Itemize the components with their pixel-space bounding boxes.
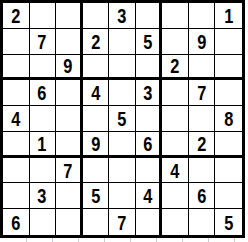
cell-r1c9[interactable]: 1 bbox=[215, 3, 242, 29]
cell-r3c5[interactable] bbox=[109, 55, 136, 81]
cell-r5c7[interactable] bbox=[162, 106, 189, 132]
given-digit: 4 bbox=[171, 160, 180, 181]
gridline-tick bbox=[26, 238, 27, 242]
cell-r5c1[interactable]: 4 bbox=[3, 106, 30, 132]
cell-r2c6[interactable]: 5 bbox=[136, 29, 163, 55]
cell-r2c1[interactable] bbox=[3, 29, 30, 55]
given-digit: 5 bbox=[224, 212, 233, 233]
cell-r6c4[interactable]: 9 bbox=[83, 132, 110, 158]
cell-r4c1[interactable] bbox=[3, 80, 30, 106]
sudoku-board: 23172599264374581962743546675 bbox=[0, 0, 245, 238]
cell-r9c5[interactable]: 7 bbox=[109, 209, 136, 235]
cell-r7c5[interactable] bbox=[109, 158, 136, 184]
cell-r5c5[interactable]: 5 bbox=[109, 106, 136, 132]
cell-r7c6[interactable] bbox=[136, 158, 163, 184]
given-digit: 2 bbox=[91, 31, 100, 52]
gridline-tick bbox=[208, 238, 209, 242]
given-digit: 3 bbox=[38, 185, 47, 206]
cell-r9c1[interactable]: 6 bbox=[3, 209, 30, 235]
cell-r9c8[interactable] bbox=[189, 209, 216, 235]
cell-r7c7[interactable]: 4 bbox=[162, 158, 189, 184]
cell-r7c3[interactable]: 7 bbox=[56, 158, 83, 184]
cell-r6c3[interactable] bbox=[56, 132, 83, 158]
cell-r2c2[interactable]: 7 bbox=[30, 29, 57, 55]
cell-r3c1[interactable] bbox=[3, 55, 30, 81]
cell-r1c2[interactable] bbox=[30, 3, 57, 29]
cell-r9c6[interactable] bbox=[136, 209, 163, 235]
gridline-tick bbox=[130, 238, 131, 242]
cell-r3c6[interactable] bbox=[136, 55, 163, 81]
gridline-tick bbox=[182, 238, 183, 242]
cell-r4c7[interactable] bbox=[162, 80, 189, 106]
cell-r3c9[interactable] bbox=[215, 55, 242, 81]
cell-r8c4[interactable]: 5 bbox=[83, 183, 110, 209]
cell-r9c9[interactable]: 5 bbox=[215, 209, 242, 235]
cell-r8c1[interactable] bbox=[3, 183, 30, 209]
cell-r4c8[interactable]: 7 bbox=[189, 80, 216, 106]
given-digit: 6 bbox=[38, 82, 47, 103]
gridline-tick bbox=[104, 238, 105, 242]
given-digit: 5 bbox=[143, 31, 152, 52]
cell-r8c6[interactable]: 4 bbox=[136, 183, 163, 209]
sudoku-puzzle: 23172599264374581962743546675 bbox=[0, 0, 248, 242]
gridline-tick bbox=[78, 238, 79, 242]
given-digit: 9 bbox=[63, 55, 72, 76]
cell-r4c3[interactable] bbox=[56, 80, 83, 106]
given-digit: 2 bbox=[197, 133, 206, 154]
given-digit: 1 bbox=[38, 133, 47, 154]
cell-r2c3[interactable] bbox=[56, 29, 83, 55]
cell-r7c9[interactable] bbox=[215, 158, 242, 184]
given-digit: 3 bbox=[143, 82, 152, 103]
cell-r4c9[interactable] bbox=[215, 80, 242, 106]
given-digit: 8 bbox=[224, 108, 233, 129]
cell-r7c1[interactable] bbox=[3, 158, 30, 184]
cell-r9c2[interactable] bbox=[30, 209, 57, 235]
given-digit: 7 bbox=[197, 82, 206, 103]
cell-r2c7[interactable] bbox=[162, 29, 189, 55]
cell-r8c9[interactable] bbox=[215, 183, 242, 209]
gridline-tick bbox=[52, 238, 53, 242]
cell-r7c2[interactable] bbox=[30, 158, 57, 184]
cell-r3c7[interactable]: 2 bbox=[162, 55, 189, 81]
cell-r9c7[interactable] bbox=[162, 209, 189, 235]
given-digit: 2 bbox=[171, 55, 180, 76]
cell-r3c2[interactable] bbox=[30, 55, 57, 81]
given-digit: 5 bbox=[117, 108, 126, 129]
cell-r3c4[interactable] bbox=[83, 55, 110, 81]
cell-r7c4[interactable] bbox=[83, 158, 110, 184]
cell-r6c2[interactable]: 1 bbox=[30, 132, 57, 158]
given-digit: 4 bbox=[91, 82, 100, 103]
cell-r5c3[interactable] bbox=[56, 106, 83, 132]
cell-r6c1[interactable] bbox=[3, 132, 30, 158]
cell-r5c9[interactable]: 8 bbox=[215, 106, 242, 132]
cell-r9c3[interactable] bbox=[56, 209, 83, 235]
cell-r1c5[interactable]: 3 bbox=[109, 3, 136, 29]
gridline-tick bbox=[156, 238, 157, 242]
cell-r1c8[interactable] bbox=[189, 3, 216, 29]
cell-r4c6[interactable]: 3 bbox=[136, 80, 163, 106]
given-digit: 4 bbox=[11, 108, 20, 129]
cell-r8c8[interactable]: 6 bbox=[189, 183, 216, 209]
given-digit: 1 bbox=[224, 5, 233, 26]
cell-r8c2[interactable]: 3 bbox=[30, 183, 57, 209]
given-digit: 9 bbox=[91, 133, 100, 154]
cell-r5c4[interactable] bbox=[83, 106, 110, 132]
cell-r9c4[interactable] bbox=[83, 209, 110, 235]
cell-r4c5[interactable] bbox=[109, 80, 136, 106]
cell-r5c2[interactable] bbox=[30, 106, 57, 132]
cell-r6c7[interactable] bbox=[162, 132, 189, 158]
given-digit: 3 bbox=[117, 5, 126, 26]
cell-r2c5[interactable] bbox=[109, 29, 136, 55]
cell-r6c5[interactable] bbox=[109, 132, 136, 158]
given-digit: 9 bbox=[197, 31, 206, 52]
cell-r6c6[interactable]: 6 bbox=[136, 132, 163, 158]
cell-r1c6[interactable] bbox=[136, 3, 163, 29]
given-digit: 7 bbox=[63, 160, 72, 181]
given-digit: 6 bbox=[143, 133, 152, 154]
cell-r5c8[interactable] bbox=[189, 106, 216, 132]
cell-r4c2[interactable]: 6 bbox=[30, 80, 57, 106]
cell-r7c8[interactable] bbox=[189, 158, 216, 184]
given-digit: 6 bbox=[11, 212, 20, 233]
cell-r2c8[interactable]: 9 bbox=[189, 29, 216, 55]
cell-r2c4[interactable]: 2 bbox=[83, 29, 110, 55]
gridline-tick bbox=[234, 238, 235, 242]
cell-r3c8[interactable] bbox=[189, 55, 216, 81]
cell-r1c1[interactable]: 2 bbox=[3, 3, 30, 29]
cell-r4c4[interactable]: 4 bbox=[83, 80, 110, 106]
cell-r1c4[interactable] bbox=[83, 3, 110, 29]
cell-r1c7[interactable] bbox=[162, 3, 189, 29]
given-digit: 5 bbox=[91, 185, 100, 206]
cell-r3c3[interactable]: 9 bbox=[56, 55, 83, 81]
cell-r6c8[interactable]: 2 bbox=[189, 132, 216, 158]
given-digit: 4 bbox=[143, 185, 152, 206]
cell-r8c3[interactable] bbox=[56, 183, 83, 209]
given-digit: 7 bbox=[117, 212, 126, 233]
given-digit: 7 bbox=[38, 31, 47, 52]
cell-r8c5[interactable] bbox=[109, 183, 136, 209]
given-digit: 6 bbox=[197, 185, 206, 206]
cell-r1c3[interactable] bbox=[56, 3, 83, 29]
cell-r2c9[interactable] bbox=[215, 29, 242, 55]
cell-r5c6[interactable] bbox=[136, 106, 163, 132]
cell-r6c9[interactable] bbox=[215, 132, 242, 158]
given-digit: 2 bbox=[11, 5, 20, 26]
cell-r8c7[interactable] bbox=[162, 183, 189, 209]
